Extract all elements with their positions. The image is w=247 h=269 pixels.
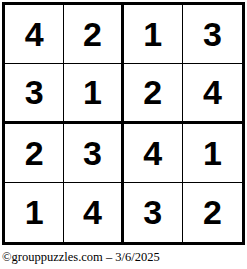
cell-r1c4[interactable]: 3 bbox=[183, 5, 242, 64]
cell-r4c2[interactable]: 4 bbox=[64, 183, 123, 242]
cell-digit: 4 bbox=[203, 75, 222, 109]
cell-digit: 1 bbox=[25, 195, 44, 229]
cell-r2c3[interactable]: 2 bbox=[124, 64, 183, 123]
cell-r1c2[interactable]: 2 bbox=[64, 5, 123, 64]
cell-r1c3[interactable]: 1 bbox=[124, 5, 183, 64]
cell-digit: 1 bbox=[203, 136, 222, 170]
cell-r3c1[interactable]: 2 bbox=[5, 124, 64, 183]
cell-digit: 4 bbox=[25, 17, 44, 51]
cell-r4c1[interactable]: 1 bbox=[5, 183, 64, 242]
cell-digit: 4 bbox=[83, 195, 102, 229]
cell-digit: 4 bbox=[143, 136, 162, 170]
cell-digit: 3 bbox=[143, 195, 162, 229]
cell-digit: 1 bbox=[143, 17, 162, 51]
cell-digit: 2 bbox=[83, 17, 102, 51]
cell-digit: 2 bbox=[143, 75, 162, 109]
puzzle-page: 4213312423411432 ©grouppuzzles.com – 3/6… bbox=[0, 0, 247, 269]
cell-r3c3[interactable]: 4 bbox=[124, 124, 183, 183]
cell-r4c3[interactable]: 3 bbox=[124, 183, 183, 242]
cell-r2c4[interactable]: 4 bbox=[183, 64, 242, 123]
cell-r1c1[interactable]: 4 bbox=[5, 5, 64, 64]
cell-r4c4[interactable]: 2 bbox=[183, 183, 242, 242]
cell-digit: 2 bbox=[25, 136, 44, 170]
cell-digit: 1 bbox=[83, 75, 102, 109]
cell-digit: 3 bbox=[203, 17, 222, 51]
cell-r3c4[interactable]: 1 bbox=[183, 124, 242, 183]
cell-r2c2[interactable]: 1 bbox=[64, 64, 123, 123]
cell-r2c1[interactable]: 3 bbox=[5, 64, 64, 123]
cell-digit: 3 bbox=[83, 136, 102, 170]
sudoku-board: 4213312423411432 bbox=[2, 2, 245, 245]
cell-digit: 2 bbox=[203, 195, 222, 229]
cell-digit: 3 bbox=[25, 75, 44, 109]
credit-line: ©grouppuzzles.com – 3/6/2025 bbox=[2, 250, 160, 265]
cell-r3c2[interactable]: 3 bbox=[64, 124, 123, 183]
